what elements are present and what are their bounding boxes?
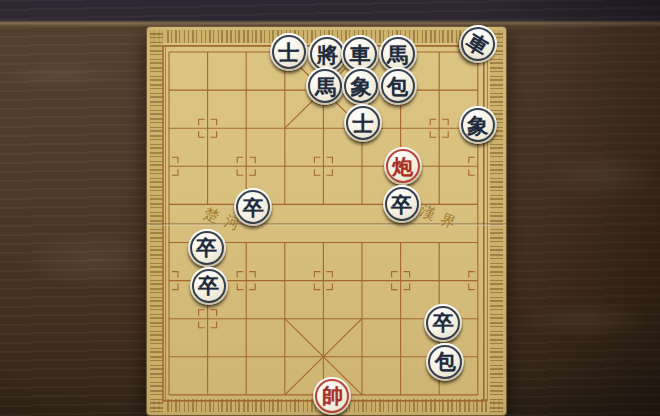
piece-black-soldier[interactable]: 卒 xyxy=(234,188,272,226)
piece-character: 卒 xyxy=(190,267,228,305)
table-background: 楚河 漢界 士將車馬車馬象包士象炮卒卒卒卒卒包帥 xyxy=(0,0,660,416)
piece-black-advisor[interactable]: 士 xyxy=(344,104,382,142)
wood-streak xyxy=(20,230,160,290)
piece-red-general[interactable]: 帥 xyxy=(313,377,351,415)
piece-black-cannon[interactable]: 包 xyxy=(379,67,417,105)
piece-character: 象 xyxy=(342,67,380,105)
meander-border-right xyxy=(490,30,503,412)
piece-character: 卒 xyxy=(424,304,462,342)
wood-streak xyxy=(520,300,650,340)
piece-character: 象 xyxy=(459,106,497,144)
meander-border-left xyxy=(150,30,163,412)
piece-black-elephant[interactable]: 象 xyxy=(342,67,380,105)
piece-black-soldier[interactable]: 卒 xyxy=(424,304,462,342)
piece-character: 卒 xyxy=(188,229,226,267)
piece-black-elephant[interactable]: 象 xyxy=(459,106,497,144)
piece-character: 士 xyxy=(344,104,382,142)
piece-character: 包 xyxy=(379,67,417,105)
wood-streak xyxy=(540,150,660,200)
piece-black-cannon[interactable]: 包 xyxy=(426,343,464,381)
piece-character: 炮 xyxy=(384,147,422,185)
wood-streak xyxy=(0,60,120,90)
piece-black-advisor[interactable]: 士 xyxy=(270,33,308,71)
piece-red-cannon[interactable]: 炮 xyxy=(384,147,422,185)
piece-character: 卒 xyxy=(383,185,421,223)
piece-black-horse[interactable]: 馬 xyxy=(306,67,344,105)
piece-black-soldier[interactable]: 卒 xyxy=(188,229,226,267)
piece-character: 包 xyxy=(426,343,464,381)
piece-character: 帥 xyxy=(313,377,351,415)
piece-character: 卒 xyxy=(234,188,272,226)
piece-character: 士 xyxy=(270,33,308,71)
piece-black-soldier[interactable]: 卒 xyxy=(190,267,228,305)
piece-character: 馬 xyxy=(306,67,344,105)
piece-black-soldier[interactable]: 卒 xyxy=(383,185,421,223)
